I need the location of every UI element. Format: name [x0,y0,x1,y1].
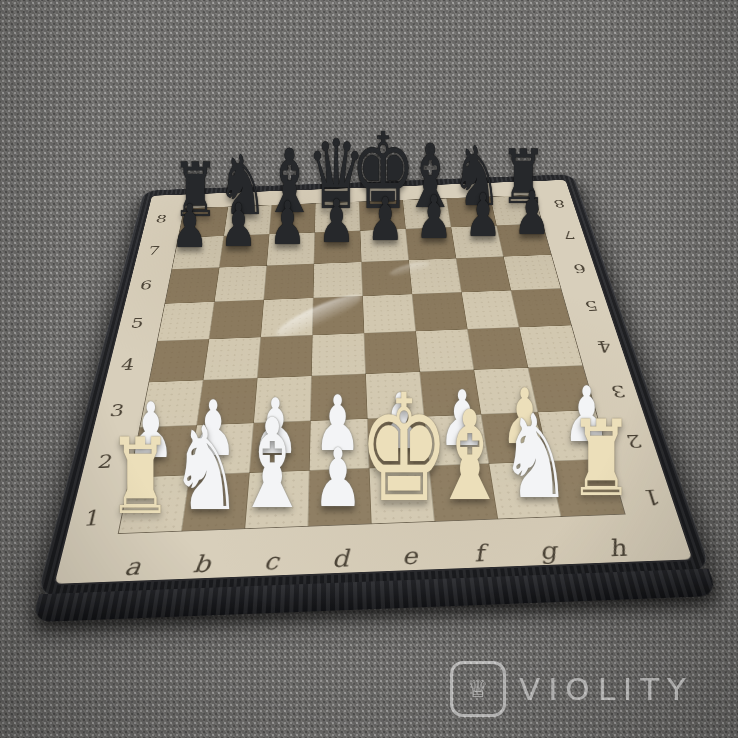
rank-label-left-8: 8 [150,213,172,224]
square-h6 [504,255,561,291]
square-f7 [406,227,456,260]
square-c8 [269,204,315,235]
square-a8 [179,207,229,238]
rank-label-right-7: 7 [557,229,581,241]
watermark-badge: ♕ [450,661,506,717]
square-d7 [314,231,361,264]
square-c3 [254,376,312,423]
square-h5 [511,289,571,328]
square-e4 [364,331,420,374]
square-d4 [312,333,366,376]
watermark-text: VIOLITY [519,671,694,707]
square-h8 [490,195,542,225]
square-e7 [360,229,409,262]
square-b8 [224,205,272,236]
square-a6 [165,268,219,304]
rank-label-right-5: 5 [578,299,605,313]
square-d2 [310,419,370,471]
chess-board: 88a77b66c55d44e33f22g11h [36,174,712,598]
rank-label-right-1: 1 [635,486,669,507]
square-d1 [308,468,371,525]
square-d3 [311,374,368,421]
square-d8 [315,202,360,233]
square-h3 [528,366,595,413]
square-h7 [497,224,551,257]
square-f3 [420,370,481,417]
square-f8 [403,199,451,230]
square-f4 [416,329,474,372]
rank-label-left-3: 3 [103,402,132,419]
file-label-a: a [111,554,154,579]
square-h2 [538,410,609,461]
crown-icon: ♕ [467,675,489,703]
rank-label-right-2: 2 [618,432,650,451]
square-e3 [366,372,425,419]
rank-label-right-8: 8 [548,198,571,209]
square-e1 [370,466,435,523]
square-h1 [549,459,624,516]
square-a4 [149,339,209,382]
square-b3 [197,378,258,425]
square-c6 [264,264,314,300]
square-b6 [215,266,267,302]
square-b7 [220,234,270,267]
rank-label-right-6: 6 [567,262,592,275]
square-c7 [267,233,315,266]
square-f1 [429,464,498,521]
file-label-c: c [251,549,291,574]
board-grid [118,195,626,534]
square-b4 [203,337,261,380]
rank-label-right-3: 3 [603,383,633,400]
square-f6 [409,258,462,294]
rank-label-left-4: 4 [114,357,141,373]
square-a5 [158,302,215,341]
square-h4 [519,325,582,367]
square-e5 [363,294,416,333]
file-label-h: h [595,536,640,561]
square-c5 [261,298,314,337]
square-e2 [368,417,430,469]
watermark: ♕ VIOLITY [450,661,694,717]
square-b1 [182,473,250,531]
file-label-d: d [321,546,360,571]
square-d5 [313,296,365,335]
board-surface: 88a77b66c55d44e33f22g11h [52,179,695,586]
square-b2 [190,423,254,475]
square-e8 [359,200,406,231]
rank-label-left-1: 1 [76,508,109,530]
square-f2 [424,414,489,466]
rank-label-left-5: 5 [124,316,150,330]
file-label-g: g [526,538,570,563]
square-c2 [250,421,311,473]
square-c4 [258,335,313,378]
rank-label-left-6: 6 [134,279,158,292]
square-g7 [451,226,503,259]
file-label-b: b [181,551,223,576]
file-label-f: f [458,541,500,566]
square-d6 [313,262,362,298]
square-a1 [119,475,190,533]
rank-label-right-4: 4 [590,339,618,355]
file-label-e: e [389,544,430,569]
square-a2 [130,425,197,477]
square-g4 [468,327,529,370]
square-b5 [209,300,264,339]
square-g3 [474,368,538,415]
rank-label-left-7: 7 [142,245,165,257]
square-e6 [362,260,413,296]
rank-label-left-2: 2 [90,452,121,471]
square-c1 [245,471,309,529]
square-f5 [412,292,467,331]
square-a3 [140,380,203,427]
square-g8 [447,197,497,227]
square-a7 [172,236,224,269]
square-g5 [462,290,520,329]
square-g6 [456,257,511,293]
